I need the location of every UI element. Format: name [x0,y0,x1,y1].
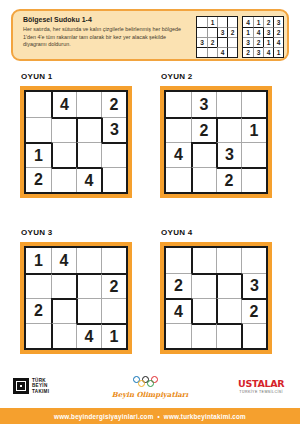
oyun-4-board: 2342 [160,242,272,354]
cell-r1c2-value-4: 4 [51,92,76,117]
cell-r3c4-value-2: 2 [241,298,266,323]
cell-r1c3-value-2: 2 [263,17,273,27]
cell-r4c4-empty[interactable] [241,323,266,348]
worksheet-page: Bölgesel Sudoku 1-4 Her satırda, her süt… [0,0,300,424]
cell-r2c3-empty[interactable] [76,117,101,142]
cell-r1c2-value-3: 3 [191,92,216,117]
cell-r2c3-value-3: 3 [263,27,273,37]
cell-r4c4-empty[interactable] [101,167,126,192]
cell-r2c1-value-1: 1 [243,27,253,37]
cell-r1c4-value-2: 2 [101,92,126,117]
cell-r3c1-value-3: 3 [243,37,253,47]
cell-r2c1-value-2: 2 [166,273,191,298]
example-solution-grid: 4123143232142341 [242,16,284,58]
cell-r1c1-empty [197,17,207,27]
cell-r2c2-empty[interactable] [51,117,76,142]
cell-r1c1-empty[interactable] [26,92,51,117]
example-puzzle-board: 132324 [196,16,238,58]
cell-r1c3-empty [217,17,227,27]
oyun-1-grid: 423124 [24,90,128,194]
cell-r2c4-value-2: 2 [101,273,126,298]
cell-r4c2-empty[interactable] [51,167,76,192]
cell-r3c4-value-4: 4 [273,37,283,47]
cell-r3c4-empty[interactable] [101,298,126,323]
cell-r2c2-value-2: 2 [191,117,216,142]
logo-line-2: BEYİN [32,383,49,388]
footer: TÜRK BEYİN TAKIMI Beyin Olimpiyatları US… [0,372,300,408]
cell-r1c4-empty[interactable] [241,92,266,117]
cell-r1c3-empty[interactable] [76,92,101,117]
oyun-4-label: OYUN 4 [161,228,193,237]
header-box: Bölgesel Sudoku 1-4 Her satırda, her süt… [11,9,289,61]
cell-r4c1-value-2: 2 [243,47,253,57]
cell-r1c2-empty[interactable] [191,248,216,273]
instructions-text: Her satırda, her sütunda ve kalın çizgil… [23,26,191,49]
oyun-2-grid: 321432 [164,90,268,194]
cell-r4c3-value-4: 4 [76,323,101,348]
representative-wordmark: USTALAR [238,378,284,389]
url-left: www.beyindergisiyayinlari.com [54,413,153,420]
oyun-3-label: OYUN 3 [21,228,53,237]
cell-r1c3-empty[interactable] [76,248,101,273]
turkiye-temsilcisi-caption: TÜRKİYE TEMSİLCİSİ [238,390,284,394]
cell-r3c2-empty[interactable] [191,142,216,167]
cell-r3c2-empty[interactable] [51,142,76,167]
cell-r2c1-empty[interactable] [26,273,51,298]
cell-r2c4-value-3: 3 [241,273,266,298]
cell-r4c3-value-4: 4 [217,47,227,57]
cell-r2c3-empty[interactable] [76,273,101,298]
cell-r4c3-value-2: 2 [216,167,241,192]
cell-r2c4-value-1: 1 [241,117,266,142]
cell-r3c3-empty[interactable] [76,142,101,167]
cell-r1c2-value-1: 1 [253,17,263,27]
cell-r3c2-empty[interactable] [191,298,216,323]
cell-r4c1-empty[interactable] [166,167,191,192]
cell-r3c2-empty[interactable] [51,298,76,323]
cell-r3c1-value-3: 3 [197,37,207,47]
cell-r3c3-empty[interactable] [76,298,101,323]
cell-r4c1-value-2: 2 [26,167,51,192]
oyun-1-label: OYUN 1 [21,72,53,81]
cell-r3c4-empty[interactable] [101,142,126,167]
cell-r2c2-empty[interactable] [51,273,76,298]
cell-r3c4-empty[interactable] [241,142,266,167]
cell-r4c4-value-1: 1 [273,47,283,57]
cell-r4c2-value-3: 3 [253,47,263,57]
cell-r2c3-empty[interactable] [216,117,241,142]
cell-r2c3-empty[interactable] [216,273,241,298]
oyun-3-grid: 142241 [24,246,128,350]
cell-r2c2-empty [207,27,217,37]
cell-r3c1-value-2: 2 [26,298,51,323]
cell-r2c1-empty[interactable] [166,117,191,142]
bottom-url-bar: www.beyindergisiyayinlari.com • www.turk… [0,408,300,424]
cell-r3c1-value-4: 4 [166,298,191,323]
cell-r4c3-empty[interactable] [216,323,241,348]
cell-r1c1-value-1: 1 [26,248,51,273]
cell-r1c3-empty[interactable] [216,92,241,117]
cell-r1c2-value-1: 1 [207,17,217,27]
cell-r1c4-empty [227,17,237,27]
cell-r4c4-empty[interactable] [241,167,266,192]
oyun-4-grid: 2342 [164,246,268,350]
cell-r2c4-value-3: 3 [101,117,126,142]
cell-r4c3-value-4: 4 [76,167,101,192]
cell-r4c1-empty[interactable] [26,323,51,348]
cell-r3c3-value-1: 1 [263,37,273,47]
cell-r2c1-empty [197,27,207,37]
cell-r3c1-value-1: 1 [26,142,51,167]
oyun-3-board: 142241 [20,242,132,354]
cell-r3c3-empty [217,37,227,47]
cell-r1c1-empty[interactable] [166,92,191,117]
cell-r4c4-value-1: 1 [101,323,126,348]
cell-r1c4-empty[interactable] [241,248,266,273]
representative-logo: USTALAR TÜRKİYE TEMSİLCİSİ [238,378,284,394]
cell-r1c1-value-4: 4 [243,17,253,27]
cell-r4c2-empty[interactable] [191,167,216,192]
example-puzzle-grid: 132324 [196,16,238,58]
cell-r2c2-empty[interactable] [191,273,216,298]
cell-r1c3-empty[interactable] [216,248,241,273]
cell-r2c4-value-2: 2 [273,27,283,37]
url-separator: • [157,413,159,420]
oyun-2-board: 321432 [160,86,272,198]
cell-r4c4-empty [227,47,237,57]
example-solution-board: 4123143232142341 [242,16,284,58]
cell-r3c2-value-2: 2 [253,37,263,47]
cell-r3c3-empty[interactable] [216,298,241,323]
cell-r3c4-empty [227,37,237,47]
page-title: Bölgesel Sudoku 1-4 [23,16,92,23]
oyun-2-label: OYUN 2 [161,72,193,81]
olympic-rings-icon [133,376,167,388]
oyun-1-board: 423124 [20,86,132,198]
cell-r1c4-empty[interactable] [101,248,126,273]
cell-r4c2-empty[interactable] [191,323,216,348]
cell-r1c2-value-4: 4 [51,248,76,273]
cell-r4c1-empty[interactable] [166,323,191,348]
cell-r2c4-value-2: 2 [227,27,237,37]
cell-r3c3-value-3: 3 [216,142,241,167]
cell-r4c3-value-4: 4 [263,47,273,57]
cell-r4c1-empty [197,47,207,57]
cell-r1c4-value-3: 3 [273,17,283,27]
cell-r1c1-empty[interactable] [166,248,191,273]
cell-r3c2-value-2: 2 [207,37,217,47]
cell-r2c1-empty[interactable] [26,117,51,142]
cell-r3c1-value-4: 4 [166,142,191,167]
cell-r4c2-empty [207,47,217,57]
cell-r2c3-value-3: 3 [217,27,227,37]
cell-r4c2-empty[interactable] [51,323,76,348]
cell-r2c2-value-4: 4 [253,27,263,37]
url-right: www.turkbeyintakimi.com [164,413,246,420]
